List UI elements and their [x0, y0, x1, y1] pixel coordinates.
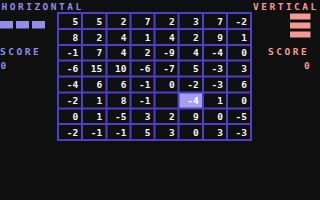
tile-bar [32, 21, 45, 29]
grid-cell[interactable]: 5 [83, 14, 105, 28]
grid-cell[interactable]: 6 [228, 78, 250, 92]
grid-cell[interactable]: 7 [83, 46, 105, 60]
grid-cell[interactable]: -3 [228, 125, 250, 139]
tile-bar [290, 32, 311, 38]
grid-cell[interactable]: 1 [83, 109, 105, 123]
grid-cell[interactable]: 5 [180, 62, 202, 76]
grid-cell[interactable]: 1 [204, 93, 226, 107]
grid-cell[interactable]: -4 [204, 46, 226, 60]
grid-cell[interactable]: 2 [156, 14, 178, 28]
grid-cell[interactable]: 3 [204, 125, 226, 139]
tile-bar [290, 23, 311, 29]
tile-bar [16, 21, 29, 29]
grid-cell[interactable]: 9 [180, 109, 202, 123]
grid-cell[interactable]: -2 [59, 93, 81, 107]
grid-cell[interactable]: 15 [83, 62, 105, 76]
grid-cell[interactable]: -1 [59, 46, 81, 60]
grid-cell[interactable]: 10 [107, 62, 129, 76]
grid-cell[interactable]: 3 [131, 109, 153, 123]
grid-cell[interactable]: 8 [107, 93, 129, 107]
grid-cell-selected[interactable]: -4 [180, 93, 202, 107]
grid-cell[interactable]: -9 [156, 46, 178, 60]
grid-cell[interactable]: 0 [228, 93, 250, 107]
grid-cell[interactable]: 6 [107, 78, 129, 92]
horizontal-tiles [0, 21, 45, 29]
grid-cell[interactable]: -7 [156, 62, 178, 76]
vertical-score-value: 0 [304, 61, 310, 70]
grid-cell[interactable]: 3 [180, 14, 202, 28]
grid-cell[interactable]: 3 [156, 125, 178, 139]
grid-cell[interactable]: 2 [107, 14, 129, 28]
tile-bar [0, 21, 13, 29]
grid-cell[interactable]: -5 [228, 109, 250, 123]
grid-cell[interactable]: 7 [131, 14, 153, 28]
grid-cell[interactable]: 0 [180, 125, 202, 139]
horizontal-score-value: 0 [1, 61, 7, 70]
grid-cell[interactable]: 2 [131, 46, 153, 60]
grid-cell[interactable]: -5 [107, 109, 129, 123]
vertical-score-label: SCORE [268, 47, 309, 56]
grid-cell[interactable]: 0 [156, 78, 178, 92]
grid-cell[interactable]: 4 [156, 30, 178, 44]
grid-cell[interactable]: -6 [59, 62, 81, 76]
grid-cell[interactable]: 1 [83, 93, 105, 107]
grid-cell[interactable]: -1 [131, 78, 153, 92]
grid-cell[interactable]: -4 [59, 78, 81, 92]
grid-cell[interactable]: 0 [59, 109, 81, 123]
grid-cell[interactable]: -1 [83, 125, 105, 139]
grid-cell[interactable]: 5 [59, 14, 81, 28]
grid-cell[interactable]: -1 [131, 93, 153, 107]
tile-bar [290, 14, 311, 20]
board-grid: 5527237-282414291-1742-94-40-61510-6-75-… [57, 12, 252, 141]
grid-cell[interactable]: 5 [131, 125, 153, 139]
grid-cell[interactable]: 2 [156, 109, 178, 123]
grid-cell[interactable]: 4 [180, 46, 202, 60]
vertical-tiles [290, 14, 311, 38]
grid-cell[interactable]: -2 [180, 78, 202, 92]
grid-cell[interactable] [156, 93, 178, 107]
stage: HORIZONTAL VERTICAL SCORE 0 SCORE 0 5527… [0, 0, 320, 200]
grid-cell[interactable]: 6 [83, 78, 105, 92]
grid-cell[interactable]: -1 [107, 125, 129, 139]
grid-cell[interactable]: 8 [59, 30, 81, 44]
game-screen: HORIZONTAL VERTICAL SCORE 0 SCORE 0 5527… [0, 0, 320, 200]
grid-cell[interactable]: 2 [180, 30, 202, 44]
horizontal-player-title: HORIZONTAL [2, 2, 84, 11]
grid-cell[interactable]: -2 [228, 14, 250, 28]
grid-cell[interactable]: 0 [228, 46, 250, 60]
grid-cell[interactable]: 4 [107, 30, 129, 44]
grid-cell[interactable]: 0 [204, 109, 226, 123]
horizontal-score-label: SCORE [0, 47, 41, 56]
grid-cell[interactable]: -3 [204, 62, 226, 76]
grid-cell[interactable]: 2 [83, 30, 105, 44]
grid-cell[interactable]: -6 [131, 62, 153, 76]
grid-cell[interactable]: 4 [107, 46, 129, 60]
grid-cell[interactable]: 7 [204, 14, 226, 28]
grid-cell[interactable]: 3 [228, 62, 250, 76]
vertical-player-title: VERTICAL [253, 2, 319, 11]
grid-cell[interactable]: -3 [204, 78, 226, 92]
grid-cell[interactable]: -2 [59, 125, 81, 139]
grid-cell[interactable]: 1 [131, 30, 153, 44]
grid-cell[interactable]: 9 [204, 30, 226, 44]
grid-cell[interactable]: 1 [228, 30, 250, 44]
